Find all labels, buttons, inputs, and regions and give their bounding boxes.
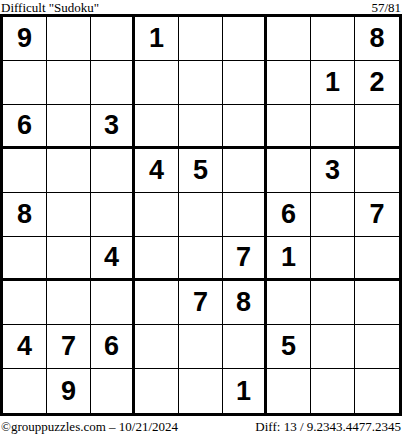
given-digit: 7 [236, 242, 251, 273]
given-digit: 7 [193, 287, 208, 318]
cell-r9c1[interactable] [3, 369, 47, 413]
cell-r7c7[interactable] [267, 281, 311, 325]
cell-r9c3[interactable] [91, 369, 135, 413]
given-digit: 8 [17, 199, 32, 230]
given-digit: 6 [104, 331, 119, 362]
given-digit: 4 [17, 331, 32, 362]
sudoku-grid: 918126345386747178476591 [0, 14, 402, 416]
cell-r1c4[interactable]: 1 [135, 17, 179, 61]
cell-r4c2[interactable] [47, 149, 91, 193]
given-digit: 6 [281, 199, 296, 230]
given-digit: 5 [281, 331, 296, 362]
cell-r9c7[interactable] [267, 369, 311, 413]
cell-r1c8[interactable] [311, 17, 355, 61]
cell-r5c3[interactable] [91, 193, 135, 237]
puzzle-title: Difficult "Sudoku" [1, 1, 99, 14]
cell-r6c1[interactable] [3, 237, 47, 281]
cell-r7c5[interactable]: 7 [179, 281, 223, 325]
cell-r7c3[interactable] [91, 281, 135, 325]
given-digit: 8 [236, 287, 251, 318]
cell-r9c9[interactable] [355, 369, 399, 413]
cell-r3c3[interactable]: 3 [91, 105, 135, 149]
cell-r4c5[interactable]: 5 [179, 149, 223, 193]
cell-r8c3[interactable]: 6 [91, 325, 135, 369]
cell-r1c1[interactable]: 9 [3, 17, 47, 61]
cell-r4c9[interactable] [355, 149, 399, 193]
cell-r8c8[interactable] [311, 325, 355, 369]
cell-r2c9[interactable]: 2 [355, 61, 399, 105]
given-digit: 1 [236, 376, 251, 407]
cell-r7c8[interactable] [311, 281, 355, 325]
given-digit: 1 [281, 242, 296, 273]
cell-r6c4[interactable] [135, 237, 179, 281]
cell-r3c8[interactable] [311, 105, 355, 149]
cell-r7c9[interactable] [355, 281, 399, 325]
cell-r1c6[interactable] [223, 17, 267, 61]
given-digit: 7 [369, 199, 384, 230]
cell-r5c2[interactable] [47, 193, 91, 237]
cell-r2c7[interactable] [267, 61, 311, 105]
given-digit: 5 [193, 155, 208, 186]
page-footer: ©grouppuzzles.com – 10/21/2024 Diff: 13 … [0, 416, 402, 437]
page-header: Difficult "Sudoku" 57/81 [0, 0, 402, 14]
cell-r1c9[interactable]: 8 [355, 17, 399, 61]
cell-r1c7[interactable] [267, 17, 311, 61]
given-digit: 2 [369, 67, 384, 98]
given-digit: 1 [325, 67, 340, 98]
given-digit: 3 [104, 110, 119, 141]
cell-r7c6[interactable]: 8 [223, 281, 267, 325]
cell-r8c9[interactable] [355, 325, 399, 369]
cell-r4c7[interactable] [267, 149, 311, 193]
cell-r7c4[interactable] [135, 281, 179, 325]
cell-r5c1[interactable]: 8 [3, 193, 47, 237]
cell-r3c1[interactable]: 6 [3, 105, 47, 149]
cell-r2c5[interactable] [179, 61, 223, 105]
cell-r3c7[interactable] [267, 105, 311, 149]
cell-r9c2[interactable]: 9 [47, 369, 91, 413]
cell-r6c8[interactable] [311, 237, 355, 281]
cell-r4c6[interactable] [223, 149, 267, 193]
given-digit: 9 [61, 376, 76, 407]
given-digit: 3 [325, 155, 340, 186]
cell-r9c6[interactable]: 1 [223, 369, 267, 413]
cell-r3c6[interactable] [223, 105, 267, 149]
cell-r4c1[interactable] [3, 149, 47, 193]
cell-r9c5[interactable] [179, 369, 223, 413]
cell-r5c6[interactable] [223, 193, 267, 237]
cell-r9c4[interactable] [135, 369, 179, 413]
given-digit: 4 [104, 242, 119, 273]
given-digit: 9 [17, 23, 32, 54]
cell-r6c2[interactable] [47, 237, 91, 281]
cell-r4c8[interactable]: 3 [311, 149, 355, 193]
given-digit: 4 [149, 155, 164, 186]
cell-r2c1[interactable] [3, 61, 47, 105]
cell-r3c5[interactable] [179, 105, 223, 149]
cell-r2c2[interactable] [47, 61, 91, 105]
cell-r5c5[interactable] [179, 193, 223, 237]
cell-r2c3[interactable] [91, 61, 135, 105]
cell-r8c4[interactable] [135, 325, 179, 369]
cell-r6c6[interactable]: 7 [223, 237, 267, 281]
cell-r6c5[interactable] [179, 237, 223, 281]
copyright-text: ©grouppuzzles.com – 10/21/2024 [1, 419, 178, 434]
cell-r4c4[interactable]: 4 [135, 149, 179, 193]
cell-r1c3[interactable] [91, 17, 135, 61]
cell-r4c3[interactable] [91, 149, 135, 193]
cell-r7c2[interactable] [47, 281, 91, 325]
given-digit: 1 [149, 23, 164, 54]
cell-r3c2[interactable] [47, 105, 91, 149]
cell-r2c6[interactable] [223, 61, 267, 105]
cell-r2c4[interactable] [135, 61, 179, 105]
cell-r8c6[interactable] [223, 325, 267, 369]
cell-r2c8[interactable]: 1 [311, 61, 355, 105]
cell-r5c4[interactable] [135, 193, 179, 237]
cell-r8c2[interactable]: 7 [47, 325, 91, 369]
cell-r3c9[interactable] [355, 105, 399, 149]
given-digit: 8 [369, 23, 384, 54]
cell-r6c3[interactable]: 4 [91, 237, 135, 281]
cell-r9c8[interactable] [311, 369, 355, 413]
cell-r8c1[interactable]: 4 [3, 325, 47, 369]
cell-r3c4[interactable] [135, 105, 179, 149]
cell-r1c2[interactable] [47, 17, 91, 61]
cell-r8c7[interactable]: 5 [267, 325, 311, 369]
cell-r5c8[interactable] [311, 193, 355, 237]
difficulty-text: Diff: 13 / 9.2343.4477.2345 [255, 419, 401, 434]
cell-r7c1[interactable] [3, 281, 47, 325]
cell-r1c5[interactable] [179, 17, 223, 61]
cells-remaining-counter: 57/81 [371, 1, 401, 14]
cell-r8c5[interactable] [179, 325, 223, 369]
given-digit: 6 [17, 110, 32, 141]
cell-r6c7[interactable]: 1 [267, 237, 311, 281]
given-digit: 7 [61, 331, 76, 362]
cell-r5c9[interactable]: 7 [355, 193, 399, 237]
sudoku-page: Difficult "Sudoku" 57/81 918126345386747… [0, 0, 402, 437]
cell-r5c7[interactable]: 6 [267, 193, 311, 237]
cell-r6c9[interactable] [355, 237, 399, 281]
